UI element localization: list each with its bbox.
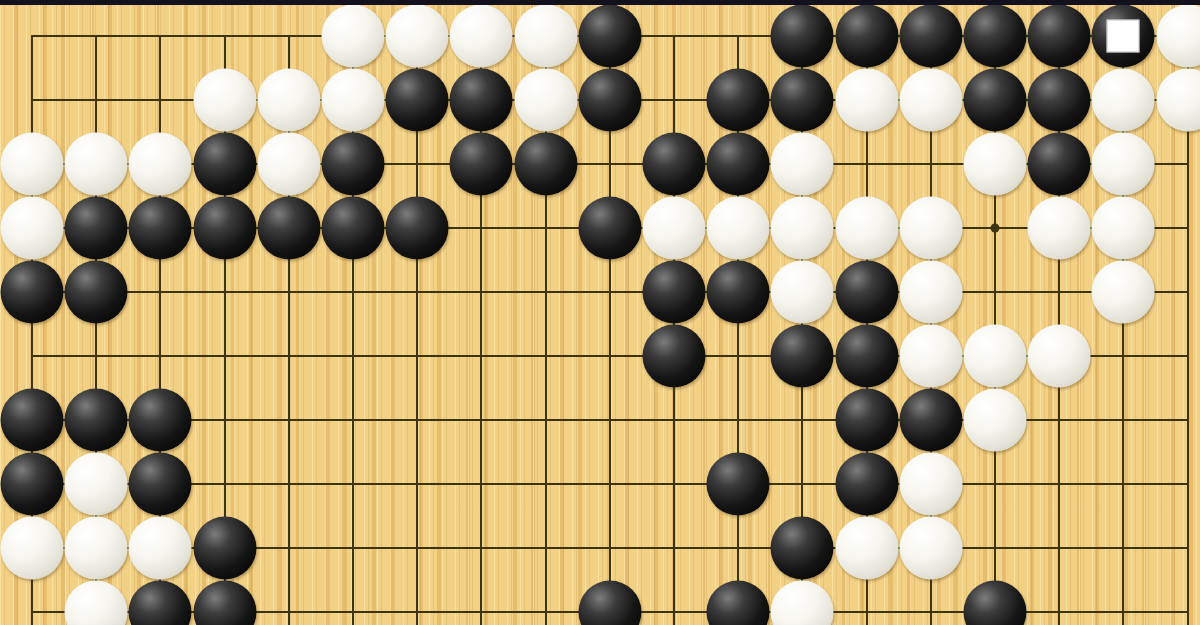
stone-black [386,69,449,132]
stone-black [578,69,641,132]
stone-black [386,197,449,260]
stone-black [835,389,898,452]
stone-white [65,517,128,580]
stone-black [707,133,770,196]
stone-white [257,133,320,196]
stone-white [707,197,770,260]
stone-black [835,261,898,324]
stone-black [65,197,128,260]
stone-white [65,133,128,196]
stone-black [643,261,706,324]
stone-white [643,197,706,260]
stone-white [1156,69,1200,132]
stone-black [835,5,898,68]
stone-white [771,581,834,625]
stone-white [322,5,385,68]
stone-black [1,453,64,516]
stone-black [129,453,192,516]
stone-black [193,197,256,260]
stone-black [65,261,128,324]
grid-line-horizontal [31,291,1189,293]
stone-black [964,581,1027,625]
stone-black [1,261,64,324]
stone-black [964,5,1027,68]
go-board[interactable] [0,0,1200,625]
stone-white [899,69,962,132]
stone-white [1,517,64,580]
stone-black [193,133,256,196]
stone-black [322,197,385,260]
stone-black [578,581,641,625]
stone-black [514,133,577,196]
stone-black [707,453,770,516]
stone-white [514,5,577,68]
stone-black [450,69,513,132]
stone-white [771,197,834,260]
stone-black [707,69,770,132]
star-point [991,224,1000,233]
stone-black [899,389,962,452]
stone-black [578,5,641,68]
stone-white [899,453,962,516]
last-move-marker [1107,20,1140,53]
stone-black [450,133,513,196]
stone-black [771,69,834,132]
stone-black [322,133,385,196]
stone-white [514,69,577,132]
stone-black [835,325,898,388]
stone-white [386,5,449,68]
grid-line-horizontal [31,483,1189,485]
stone-black [707,261,770,324]
stone-white [771,133,834,196]
stone-white [1028,325,1091,388]
stone-black [899,5,962,68]
stone-white [964,325,1027,388]
stone-white [1156,5,1200,68]
stone-black [771,325,834,388]
stone-white [1,197,64,260]
go-app-window [0,0,1200,625]
stone-black [1028,133,1091,196]
stone-black [643,325,706,388]
stone-black [257,197,320,260]
stone-white [771,261,834,324]
stone-black [964,69,1027,132]
top-bar [0,0,1200,5]
stone-white [257,69,320,132]
stone-black [129,581,192,625]
stone-black [129,389,192,452]
stone-white [835,69,898,132]
stone-white [964,133,1027,196]
stone-black [1028,5,1091,68]
stone-white [899,325,962,388]
stone-white [1092,133,1155,196]
stone-black [193,581,256,625]
stone-white [899,517,962,580]
stone-white [129,517,192,580]
stone-black [835,453,898,516]
stone-black [65,389,128,452]
stone-white [129,133,192,196]
stone-white [964,389,1027,452]
stone-white [65,453,128,516]
stone-white [835,197,898,260]
stone-white [193,69,256,132]
stone-white [899,261,962,324]
stone-white [450,5,513,68]
stone-black [193,517,256,580]
stone-white [1092,69,1155,132]
stone-white [1,133,64,196]
stone-white [322,69,385,132]
stone-black [707,581,770,625]
stone-white [65,581,128,625]
stone-black [129,197,192,260]
stone-black [1028,69,1091,132]
stone-white [1028,197,1091,260]
stone-black [771,517,834,580]
stone-black [1,389,64,452]
stone-black [578,197,641,260]
stone-black [643,133,706,196]
stone-white [1092,197,1155,260]
stone-white [835,517,898,580]
stone-white [1092,261,1155,324]
stone-black [771,5,834,68]
stone-white [899,197,962,260]
